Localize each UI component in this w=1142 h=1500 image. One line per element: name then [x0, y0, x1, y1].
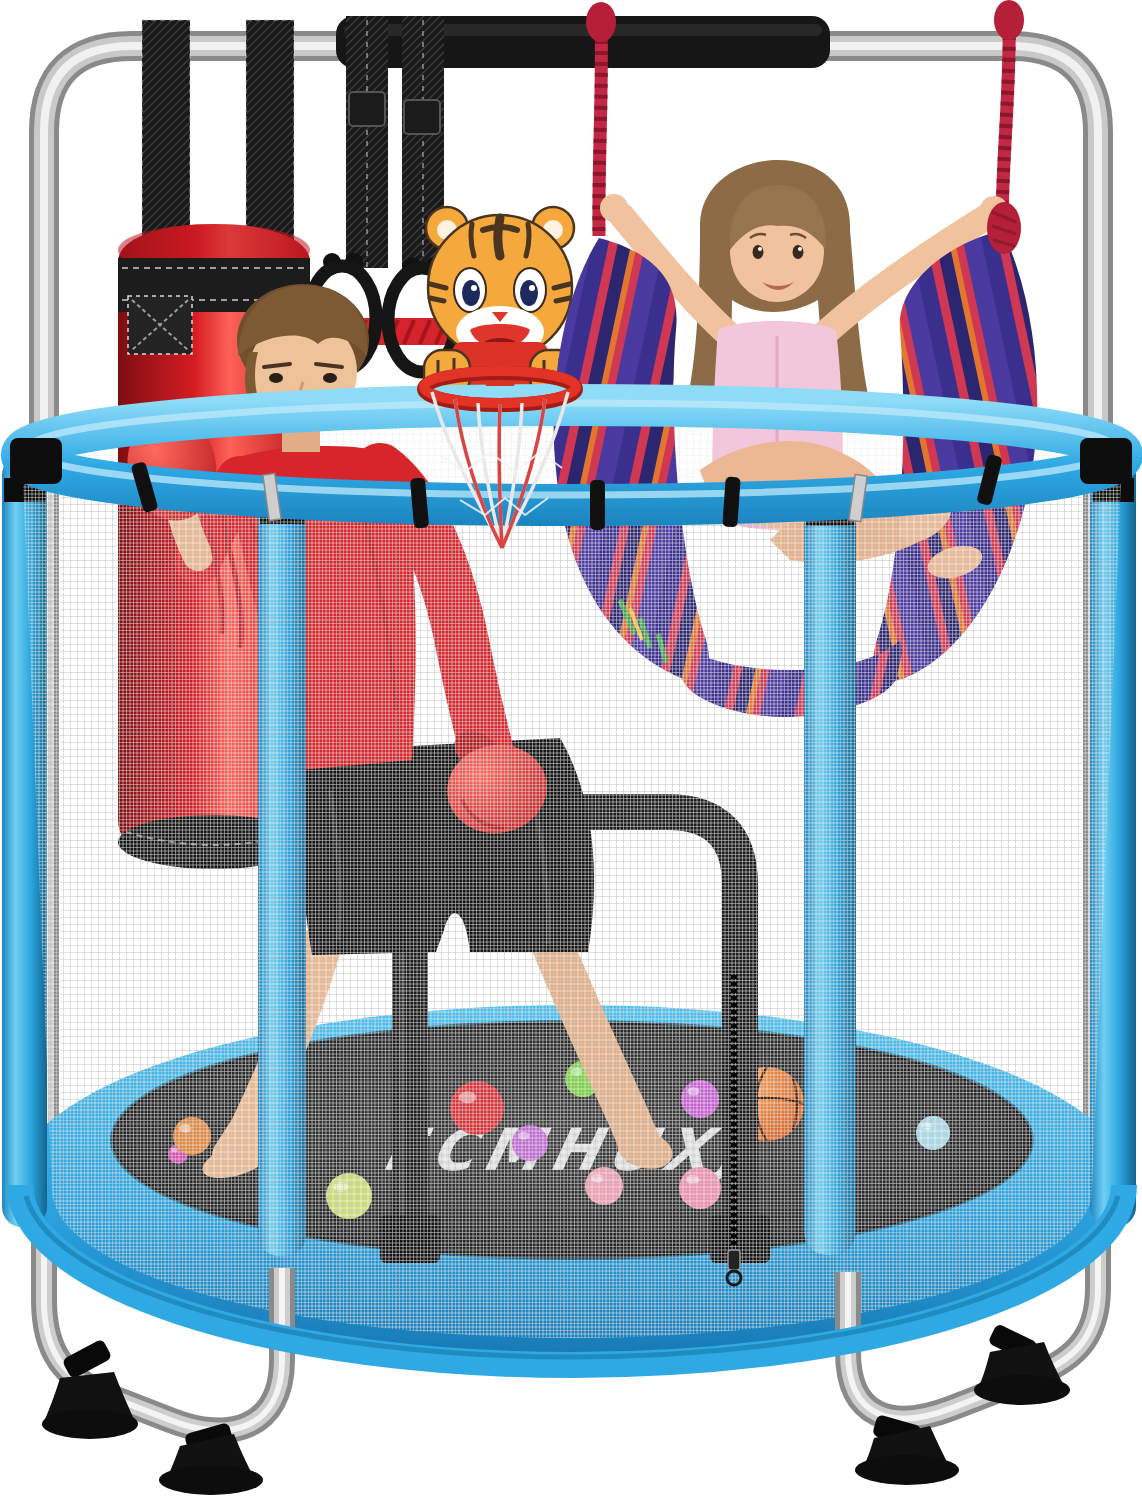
- hammock-knot: [987, 202, 1021, 254]
- strap-buckle: [349, 92, 385, 126]
- ring-post-strap-left: [10, 438, 62, 484]
- trampoline-product-photo: ECMHUXJ: [0, 0, 1142, 1500]
- hammock-rope-right: [1002, 14, 1009, 226]
- scene-svg: ECMHUXJ: [0, 0, 1142, 1500]
- strap-buckle-2: [404, 100, 440, 134]
- enclosure-net-front: [0, 430, 1142, 1350]
- zipper-pull: [728, 1250, 740, 1270]
- ring-post-strap-right: [1080, 438, 1132, 484]
